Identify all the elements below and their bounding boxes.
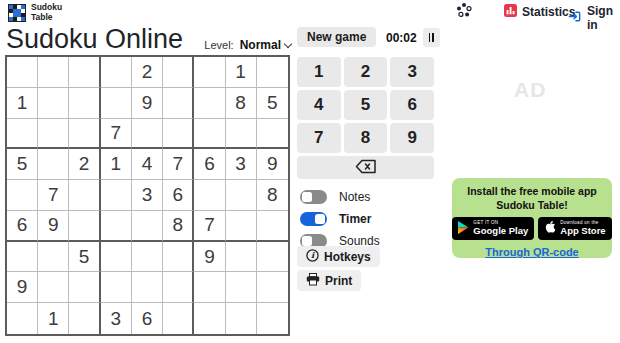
- timer-toggle[interactable]: [300, 212, 327, 226]
- cell-r4c2[interactable]: [38, 149, 69, 180]
- cell-r5c7[interactable]: [194, 180, 225, 211]
- cell-r7c1[interactable]: [7, 242, 38, 273]
- cell-r1c7[interactable]: [194, 57, 225, 88]
- numpad-key-7[interactable]: 7: [297, 123, 341, 153]
- cell-r6c9[interactable]: [257, 211, 288, 242]
- cell-r1c3[interactable]: [69, 57, 100, 88]
- cell-r8c5[interactable]: [132, 272, 163, 303]
- apple-icon: [544, 220, 556, 238]
- cell-r9c7[interactable]: [194, 303, 225, 334]
- mobile-app-promo: Install the free mobile app Sudoku Table…: [452, 178, 612, 258]
- cell-r6c4[interactable]: [101, 211, 132, 242]
- svg-text:i: i: [311, 250, 315, 260]
- numpad-key-6[interactable]: 6: [390, 90, 434, 120]
- sign-in-button[interactable]: Sign in: [567, 4, 620, 32]
- cell-r5c8[interactable]: [226, 180, 257, 211]
- cell-r2c5[interactable]: 9: [132, 88, 163, 119]
- app-store-name: App Store: [560, 226, 605, 236]
- cell-r9c1[interactable]: [7, 303, 38, 334]
- chevron-down-icon: [284, 39, 292, 47]
- cell-r5c5[interactable]: 3: [132, 180, 163, 211]
- cell-r4c9[interactable]: 9: [257, 149, 288, 180]
- numpad-key-4[interactable]: 4: [297, 90, 341, 120]
- qr-code-link[interactable]: Through QR-code: [458, 246, 606, 258]
- new-game-button[interactable]: New game: [297, 27, 376, 47]
- cell-r8c1[interactable]: 9: [7, 272, 38, 303]
- printer-icon: [306, 273, 320, 289]
- number-pad: 123456789: [297, 57, 434, 153]
- cell-r6c5[interactable]: [132, 211, 163, 242]
- cell-r5c6[interactable]: 6: [163, 180, 194, 211]
- cell-r3c9[interactable]: [257, 119, 288, 150]
- timer-toggle-label: Timer: [339, 212, 371, 226]
- cell-r9c9[interactable]: [257, 303, 288, 334]
- cell-r6c8[interactable]: [226, 211, 257, 242]
- hotkeys-label: Hotkeys: [324, 250, 371, 264]
- numpad-key-8[interactable]: 8: [344, 123, 388, 153]
- cell-r8c2[interactable]: [38, 272, 69, 303]
- cell-r3c3[interactable]: [69, 119, 100, 150]
- cell-r1c9[interactable]: [257, 57, 288, 88]
- pause-button[interactable]: [423, 28, 440, 47]
- cell-r4c3[interactable]: 2: [69, 149, 100, 180]
- cell-r3c4[interactable]: 7: [101, 119, 132, 150]
- cell-r7c8[interactable]: [226, 242, 257, 273]
- google-play-badge[interactable]: GET IT ON Google Play: [452, 217, 534, 240]
- backspace-button[interactable]: [297, 156, 434, 179]
- ad-placeholder: AD: [514, 78, 546, 102]
- cell-r1c4[interactable]: [101, 57, 132, 88]
- print-label: Print: [325, 274, 352, 288]
- cell-r6c1[interactable]: 6: [7, 211, 38, 242]
- cell-r8c3[interactable]: [69, 272, 100, 303]
- games-dice-icon[interactable]: [456, 2, 472, 22]
- statistics-button[interactable]: Statistics: [504, 4, 575, 20]
- cell-r6c2[interactable]: 9: [38, 211, 69, 242]
- numpad-key-3[interactable]: 3: [390, 57, 434, 87]
- notes-toggle[interactable]: [300, 190, 327, 204]
- logo-text: Sudoku Table: [31, 3, 62, 23]
- sign-in-label: Sign in: [587, 4, 620, 32]
- cell-r5c1[interactable]: [7, 180, 38, 211]
- cell-r1c1[interactable]: [7, 57, 38, 88]
- cell-r7c3[interactable]: 5: [69, 242, 100, 273]
- promo-headline: Install the free mobile app Sudoku Table…: [458, 185, 606, 212]
- cell-r2c3[interactable]: [69, 88, 100, 119]
- numpad-key-9[interactable]: 9: [390, 123, 434, 153]
- site-logo[interactable]: Sudoku Table: [8, 3, 62, 23]
- cell-r6c6[interactable]: 8: [163, 211, 194, 242]
- cell-r3c7[interactable]: [194, 119, 225, 150]
- cell-r5c9[interactable]: 8: [257, 180, 288, 211]
- info-icon: i: [306, 249, 319, 265]
- cell-r7c2[interactable]: [38, 242, 69, 273]
- numpad-key-1[interactable]: 1: [297, 57, 341, 87]
- sign-in-icon: [567, 9, 582, 27]
- app-store-badge[interactable]: Download on the App Store: [538, 217, 611, 240]
- cell-r4c5[interactable]: 4: [132, 149, 163, 180]
- timer-value: 00:02: [386, 31, 417, 45]
- cell-r9c6[interactable]: [163, 303, 194, 334]
- cell-r3c2[interactable]: [38, 119, 69, 150]
- sudoku-logo-icon: [8, 4, 26, 22]
- cell-r4c7[interactable]: 6: [194, 149, 225, 180]
- sudoku-board: 21198575214763973686987599136: [5, 55, 290, 336]
- google-play-icon: [458, 220, 469, 238]
- cell-r2c6[interactable]: [163, 88, 194, 119]
- print-button[interactable]: Print: [297, 270, 361, 291]
- cell-r2c1[interactable]: 1: [7, 88, 38, 119]
- cell-r4c8[interactable]: 3: [226, 149, 257, 180]
- cell-r4c1[interactable]: 5: [7, 149, 38, 180]
- numpad-key-5[interactable]: 5: [344, 90, 388, 120]
- cell-r1c2[interactable]: [38, 57, 69, 88]
- page-title: Sudoku Online: [6, 24, 183, 55]
- cell-r8c4[interactable]: [101, 272, 132, 303]
- cell-r5c2[interactable]: 7: [38, 180, 69, 211]
- level-value: Normal: [240, 38, 281, 52]
- cell-r9c4[interactable]: 3: [101, 303, 132, 334]
- cell-r9c3[interactable]: [69, 303, 100, 334]
- level-label: Level:: [204, 39, 233, 51]
- cell-r2c2[interactable]: [38, 88, 69, 119]
- timer: 00:02: [386, 28, 440, 47]
- cell-r3c1[interactable]: [7, 119, 38, 150]
- cell-r8c7[interactable]: [194, 272, 225, 303]
- cell-r1c5[interactable]: 2: [132, 57, 163, 88]
- cell-r6c7[interactable]: 7: [194, 211, 225, 242]
- cell-r2c7[interactable]: [194, 88, 225, 119]
- cell-r8c8[interactable]: [226, 272, 257, 303]
- hotkeys-button[interactable]: i Hotkeys: [297, 246, 380, 267]
- cell-r4c6[interactable]: 7: [163, 149, 194, 180]
- numpad-key-2[interactable]: 2: [344, 57, 388, 87]
- cell-r1c8[interactable]: 1: [226, 57, 257, 88]
- sudoku-online-page: Sudoku Table Statistics: [0, 0, 620, 343]
- cell-r5c3[interactable]: [69, 180, 100, 211]
- cell-r7c7[interactable]: 9: [194, 242, 225, 273]
- cell-r2c8[interactable]: 8: [226, 88, 257, 119]
- cell-r7c6[interactable]: [163, 242, 194, 273]
- toggle-row-timer: Timer: [300, 208, 380, 230]
- cell-r7c5[interactable]: [132, 242, 163, 273]
- cell-r8c9[interactable]: [257, 272, 288, 303]
- cell-r4c4[interactable]: 1: [101, 149, 132, 180]
- cell-r2c9[interactable]: 5: [257, 88, 288, 119]
- cell-r9c8[interactable]: [226, 303, 257, 334]
- google-play-name: Google Play: [473, 226, 528, 236]
- cell-r6c3[interactable]: [69, 211, 100, 242]
- backspace-icon: [355, 159, 377, 177]
- cell-r3c5[interactable]: [132, 119, 163, 150]
- cell-r7c9[interactable]: [257, 242, 288, 273]
- cell-r8c6[interactable]: [163, 272, 194, 303]
- cell-r5c4[interactable]: [101, 180, 132, 211]
- cell-r9c5[interactable]: 6: [132, 303, 163, 334]
- settings-toggles: NotesTimerSounds: [300, 186, 380, 252]
- cell-r1c6[interactable]: [163, 57, 194, 88]
- level-selector[interactable]: Level: Normal: [205, 38, 291, 52]
- cell-r7c4[interactable]: [101, 242, 132, 273]
- cell-r3c6[interactable]: [163, 119, 194, 150]
- statistics-icon: [504, 4, 517, 20]
- cell-r2c4[interactable]: [101, 88, 132, 119]
- cell-r9c2[interactable]: 1: [38, 303, 69, 334]
- notes-toggle-label: Notes: [339, 190, 370, 204]
- cell-r3c8[interactable]: [226, 119, 257, 150]
- toggle-row-notes: Notes: [300, 186, 380, 208]
